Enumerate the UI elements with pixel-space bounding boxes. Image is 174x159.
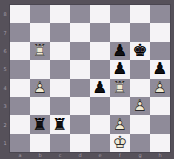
square-c1[interactable] — [50, 134, 70, 152]
square-d7[interactable] — [70, 23, 90, 41]
square-f6[interactable]: ♟♙ — [110, 42, 130, 60]
rank-label-7: 7 — [0, 23, 10, 41]
piece-white-pawn[interactable]: ♟♙ — [30, 79, 50, 97]
rank-label-4: 4 — [0, 79, 10, 97]
pawn-glyph-outline: ♙ — [110, 60, 130, 78]
piece-white-rook[interactable]: ♜♖ — [30, 42, 50, 60]
square-h4[interactable]: ♟♙ — [150, 79, 170, 97]
file-label-c: c — [50, 151, 70, 159]
square-e6[interactable] — [90, 42, 110, 60]
piece-black-king[interactable]: ♚♔ — [130, 42, 150, 60]
file-labels: abcdefgh — [10, 151, 170, 159]
square-e1[interactable] — [90, 134, 110, 152]
square-a1[interactable] — [10, 134, 30, 152]
square-g4[interactable] — [130, 79, 150, 97]
rook-glyph-outline: ♖ — [30, 115, 50, 133]
square-b6[interactable]: ♜♖ — [30, 42, 50, 60]
square-c5[interactable] — [50, 60, 70, 78]
square-a5[interactable] — [10, 60, 30, 78]
rank-label-2: 2 — [0, 115, 10, 133]
square-f7[interactable] — [110, 23, 130, 41]
chess-board[interactable]: ♜♖♟♙♚♔♟♙♟♙♟♙♟♙♜♖♟♙♟♙♜♖♜♖♟♙♚♔ — [10, 5, 170, 152]
square-f1[interactable]: ♚♔ — [110, 134, 130, 152]
square-b2[interactable]: ♜♖ — [30, 115, 50, 133]
square-f4[interactable]: ♜♖ — [110, 79, 130, 97]
square-g7[interactable] — [130, 23, 150, 41]
file-label-f: f — [110, 151, 130, 159]
square-c2[interactable]: ♜♖ — [50, 115, 70, 133]
file-label-h: h — [150, 151, 170, 159]
square-g8[interactable] — [130, 5, 150, 23]
square-e2[interactable] — [90, 115, 110, 133]
rook-glyph-outline: ♖ — [110, 79, 130, 97]
square-c6[interactable] — [50, 42, 70, 60]
square-a6[interactable] — [10, 42, 30, 60]
square-b3[interactable] — [30, 97, 50, 115]
rank-label-6: 6 — [0, 42, 10, 60]
square-c7[interactable] — [50, 23, 70, 41]
king-glyph-outline: ♔ — [110, 134, 130, 152]
piece-black-pawn[interactable]: ♟♙ — [110, 42, 130, 60]
piece-white-pawn[interactable]: ♟♙ — [150, 79, 170, 97]
piece-white-king[interactable]: ♚♔ — [110, 134, 130, 152]
square-f2[interactable]: ♟♙ — [110, 115, 130, 133]
rank-label-5: 5 — [0, 60, 10, 78]
square-f5[interactable]: ♟♙ — [110, 60, 130, 78]
square-b1[interactable] — [30, 134, 50, 152]
square-h3[interactable] — [150, 97, 170, 115]
pawn-glyph-outline: ♙ — [90, 79, 110, 97]
file-label-e: e — [90, 151, 110, 159]
pawn-glyph-outline: ♙ — [150, 60, 170, 78]
square-d6[interactable] — [70, 42, 90, 60]
piece-black-pawn[interactable]: ♟♙ — [150, 60, 170, 78]
king-glyph-outline: ♔ — [130, 42, 150, 60]
square-b4[interactable]: ♟♙ — [30, 79, 50, 97]
pawn-glyph-outline: ♙ — [110, 115, 130, 133]
rank-label-8: 8 — [0, 5, 10, 23]
square-g3[interactable]: ♟♙ — [130, 97, 150, 115]
file-label-a: a — [10, 151, 30, 159]
square-a2[interactable] — [10, 115, 30, 133]
square-e5[interactable] — [90, 60, 110, 78]
square-h6[interactable] — [150, 42, 170, 60]
square-e7[interactable] — [90, 23, 110, 41]
square-a8[interactable] — [10, 5, 30, 23]
square-c3[interactable] — [50, 97, 70, 115]
square-d1[interactable] — [70, 134, 90, 152]
pawn-glyph-outline: ♙ — [130, 97, 150, 115]
chess-diagram: 87654321 ♜♖♟♙♚♔♟♙♟♙♟♙♟♙♜♖♟♙♟♙♜♖♜♖♟♙♚♔ ab… — [0, 0, 174, 159]
square-g6[interactable]: ♚♔ — [130, 42, 150, 60]
square-g1[interactable] — [130, 134, 150, 152]
square-f3[interactable] — [110, 97, 130, 115]
pawn-glyph-outline: ♙ — [110, 42, 130, 60]
piece-white-pawn[interactable]: ♟♙ — [110, 115, 130, 133]
square-c4[interactable] — [50, 79, 70, 97]
file-label-g: g — [130, 151, 150, 159]
pawn-glyph-outline: ♙ — [30, 79, 50, 97]
rank-labels: 87654321 — [0, 5, 10, 152]
square-h7[interactable] — [150, 23, 170, 41]
square-f8[interactable] — [110, 5, 130, 23]
rank-label-1: 1 — [0, 134, 10, 152]
square-d8[interactable] — [70, 5, 90, 23]
rook-glyph-outline: ♖ — [50, 115, 70, 133]
piece-black-rook[interactable]: ♜♖ — [30, 115, 50, 133]
square-d2[interactable] — [70, 115, 90, 133]
square-b8[interactable] — [30, 5, 50, 23]
square-d5[interactable] — [70, 60, 90, 78]
piece-white-rook[interactable]: ♜♖ — [110, 79, 130, 97]
square-h5[interactable]: ♟♙ — [150, 60, 170, 78]
square-h2[interactable] — [150, 115, 170, 133]
piece-black-rook[interactable]: ♜♖ — [50, 115, 70, 133]
square-a4[interactable] — [10, 79, 30, 97]
square-h8[interactable] — [150, 5, 170, 23]
rank-label-3: 3 — [0, 97, 10, 115]
file-label-b: b — [30, 151, 50, 159]
square-d3[interactable] — [70, 97, 90, 115]
square-d4[interactable] — [70, 79, 90, 97]
square-b5[interactable] — [30, 60, 50, 78]
piece-black-pawn[interactable]: ♟♙ — [90, 79, 110, 97]
square-a3[interactable] — [10, 97, 30, 115]
square-e8[interactable] — [90, 5, 110, 23]
square-g5[interactable] — [130, 60, 150, 78]
pawn-glyph-outline: ♙ — [150, 79, 170, 97]
square-g2[interactable] — [130, 115, 150, 133]
square-c8[interactable] — [50, 5, 70, 23]
rook-glyph-outline: ♖ — [30, 42, 50, 60]
square-e4[interactable]: ♟♙ — [90, 79, 110, 97]
square-h1[interactable] — [150, 134, 170, 152]
square-e3[interactable] — [90, 97, 110, 115]
piece-white-pawn[interactable]: ♟♙ — [130, 97, 150, 115]
piece-black-pawn[interactable]: ♟♙ — [110, 60, 130, 78]
square-a7[interactable] — [10, 23, 30, 41]
file-label-d: d — [70, 151, 90, 159]
square-b7[interactable] — [30, 23, 50, 41]
